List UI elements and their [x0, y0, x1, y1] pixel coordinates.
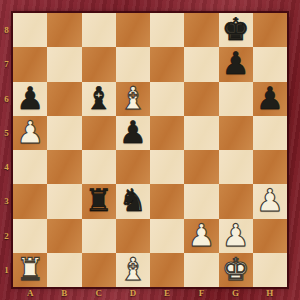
square-b5[interactable] [47, 116, 81, 150]
square-f5[interactable] [184, 116, 218, 150]
square-e7[interactable] [150, 47, 184, 81]
square-f7[interactable] [184, 47, 218, 81]
square-b2[interactable] [47, 219, 81, 253]
square-a3[interactable] [13, 184, 47, 218]
file-label-g: G [232, 287, 239, 300]
rank-label-4: 4 [0, 162, 13, 172]
square-e1[interactable] [150, 253, 184, 287]
square-d1[interactable]: ♝ [116, 253, 150, 287]
square-d6[interactable]: ♝ [116, 82, 150, 116]
white-pawn: ♟ [16, 116, 44, 149]
black-pawn: ♟ [256, 82, 284, 115]
square-g5[interactable] [219, 116, 253, 150]
square-d8[interactable] [116, 13, 150, 47]
square-e8[interactable] [150, 13, 184, 47]
square-g3[interactable] [219, 184, 253, 218]
square-f1[interactable] [184, 253, 218, 287]
square-b8[interactable] [47, 13, 81, 47]
square-d4[interactable] [116, 150, 150, 184]
square-c7[interactable] [82, 47, 116, 81]
file-label-f: F [199, 287, 205, 300]
file-label-d: D [130, 287, 137, 300]
square-g2[interactable]: ♟ [219, 219, 253, 253]
file-label-h: H [266, 287, 273, 300]
square-d2[interactable] [116, 219, 150, 253]
white-bishop: ♝ [119, 82, 147, 115]
square-a1[interactable]: ♜ [13, 253, 47, 287]
square-h3[interactable]: ♟ [253, 184, 287, 218]
black-pawn: ♟ [119, 116, 147, 149]
rank-label-6: 6 [0, 94, 13, 104]
black-knight: ♞ [119, 184, 147, 217]
rank-label-8: 8 [0, 25, 13, 35]
white-bishop: ♝ [119, 253, 147, 286]
square-f2[interactable]: ♟ [184, 219, 218, 253]
square-h6[interactable]: ♟ [253, 82, 287, 116]
square-e5[interactable] [150, 116, 184, 150]
board-frame: ♚♟♟♝♝♟♟♟♜♞♟♟♟♜♝♚ 87654321ABCDEFGH [0, 0, 300, 300]
black-pawn: ♟ [222, 47, 250, 80]
square-a5[interactable]: ♟ [13, 116, 47, 150]
white-pawn: ♟ [256, 184, 284, 217]
square-f8[interactable] [184, 13, 218, 47]
square-e4[interactable] [150, 150, 184, 184]
file-label-b: B [61, 287, 67, 300]
square-d7[interactable] [116, 47, 150, 81]
board: ♚♟♟♝♝♟♟♟♜♞♟♟♟♜♝♚ [13, 13, 287, 287]
square-c1[interactable] [82, 253, 116, 287]
file-label-a: A [27, 287, 34, 300]
square-c3[interactable]: ♜ [82, 184, 116, 218]
white-rook: ♜ [16, 253, 44, 286]
square-f4[interactable] [184, 150, 218, 184]
square-b4[interactable] [47, 150, 81, 184]
square-e6[interactable] [150, 82, 184, 116]
rank-label-5: 5 [0, 128, 13, 138]
square-c5[interactable] [82, 116, 116, 150]
square-b7[interactable] [47, 47, 81, 81]
square-f3[interactable] [184, 184, 218, 218]
square-g6[interactable] [219, 82, 253, 116]
square-h5[interactable] [253, 116, 287, 150]
black-king: ♚ [222, 13, 250, 46]
square-c8[interactable] [82, 13, 116, 47]
white-pawn: ♟ [222, 219, 250, 252]
square-b1[interactable] [47, 253, 81, 287]
square-e3[interactable] [150, 184, 184, 218]
square-d3[interactable]: ♞ [116, 184, 150, 218]
square-g4[interactable] [219, 150, 253, 184]
black-rook: ♜ [85, 184, 113, 217]
square-b3[interactable] [47, 184, 81, 218]
square-h4[interactable] [253, 150, 287, 184]
square-f6[interactable] [184, 82, 218, 116]
square-h2[interactable] [253, 219, 287, 253]
square-g1[interactable]: ♚ [219, 253, 253, 287]
square-e2[interactable] [150, 219, 184, 253]
square-a6[interactable]: ♟ [13, 82, 47, 116]
square-b6[interactable] [47, 82, 81, 116]
file-label-e: E [164, 287, 170, 300]
rank-label-7: 7 [0, 59, 13, 69]
square-h8[interactable] [253, 13, 287, 47]
square-g7[interactable]: ♟ [219, 47, 253, 81]
white-pawn: ♟ [187, 219, 215, 252]
square-a8[interactable] [13, 13, 47, 47]
square-h1[interactable] [253, 253, 287, 287]
square-c2[interactable] [82, 219, 116, 253]
rank-label-1: 1 [0, 265, 13, 275]
square-c4[interactable] [82, 150, 116, 184]
square-c6[interactable]: ♝ [82, 82, 116, 116]
square-h7[interactable] [253, 47, 287, 81]
square-a7[interactable] [13, 47, 47, 81]
file-label-c: C [95, 287, 102, 300]
rank-label-2: 2 [0, 231, 13, 241]
black-bishop: ♝ [85, 82, 113, 115]
square-d5[interactable]: ♟ [116, 116, 150, 150]
square-a2[interactable] [13, 219, 47, 253]
square-g8[interactable]: ♚ [219, 13, 253, 47]
black-pawn: ♟ [16, 82, 44, 115]
rank-label-3: 3 [0, 196, 13, 206]
white-king: ♚ [222, 253, 250, 286]
square-a4[interactable] [13, 150, 47, 184]
